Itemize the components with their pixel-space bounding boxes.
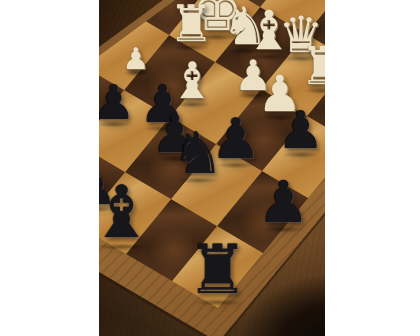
- chess-table-photo: ♚♜♞♝♛♜♟♝♟♟♟♟♟♟♟♞♟♟♝♜: [99, 0, 325, 336]
- black-pawn-a6[interactable]: ♟: [278, 104, 325, 156]
- black-knight-d6[interactable]: ♞: [172, 124, 224, 182]
- white-rook-f2[interactable]: ♜: [169, 0, 214, 49]
- black-pawn-g5[interactable]: ♟: [99, 78, 136, 126]
- black-bishop-c8[interactable]: ♝: [99, 176, 154, 248]
- black-pawn-a7[interactable]: ♟: [258, 173, 310, 231]
- white-rook-a3[interactable]: ♜: [300, 40, 325, 92]
- black-rook-a8[interactable]: ♜: [188, 236, 249, 304]
- white-pawn-g3[interactable]: ♟: [123, 44, 150, 74]
- screenshot-stage: ♚♜♞♝♛♜♟♝♟♟♟♟♟♟♟♞♟♟♝♜: [0, 0, 420, 336]
